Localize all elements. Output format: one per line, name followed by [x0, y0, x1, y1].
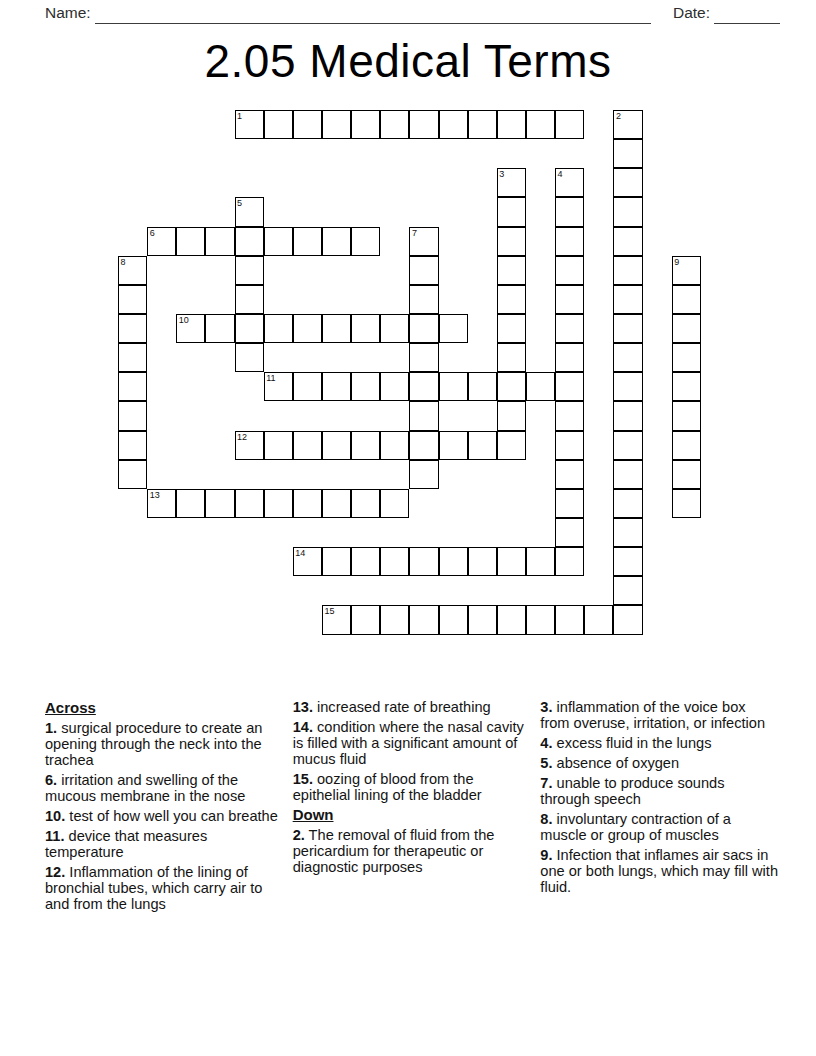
grid-cell[interactable]: 3 [497, 168, 526, 197]
grid-cell[interactable] [439, 110, 468, 139]
grid-cell[interactable] [409, 401, 438, 430]
grid-cell[interactable] [205, 227, 234, 256]
cell-clue-number: 6 [150, 228, 155, 238]
clue-item: 5. absence of oxygen [540, 755, 778, 771]
grid-cell[interactable] [409, 547, 438, 576]
clue-item: 8. involuntary contraction of a muscle o… [540, 811, 778, 843]
crossword-grid: 123456789101112131415 [118, 110, 701, 635]
grid-cell[interactable]: 8 [118, 256, 147, 285]
grid-cell[interactable]: 9 [672, 256, 701, 285]
grid-cell[interactable] [468, 372, 497, 401]
grid-cell[interactable] [118, 285, 147, 314]
grid-cell[interactable] [235, 343, 264, 372]
clue-item-number: 7. [540, 775, 552, 791]
grid-cell[interactable] [439, 314, 468, 343]
grid-cell[interactable] [380, 605, 409, 634]
grid-cell[interactable] [613, 431, 642, 460]
grid-cell[interactable] [118, 314, 147, 343]
clue-item: 15. oozing of blood from the epithelial … [293, 771, 531, 803]
grid-cell[interactable] [205, 314, 234, 343]
cell-clue-number: 1 [237, 111, 242, 121]
grid-cell[interactable] [264, 227, 293, 256]
grid-cell[interactable]: 12 [235, 431, 264, 460]
grid-cell[interactable]: 7 [409, 227, 438, 256]
grid-cell[interactable] [176, 227, 205, 256]
cell-clue-number: 2 [616, 111, 621, 121]
clue-item-number: 4. [540, 735, 552, 751]
grid-cell[interactable] [235, 489, 264, 518]
grid-cell[interactable] [497, 314, 526, 343]
down-heading: Down [293, 807, 531, 823]
grid-cell[interactable] [468, 547, 497, 576]
clue-item: 3. inflammation of the voice box from ov… [540, 699, 778, 731]
grid-cell[interactable] [351, 227, 380, 256]
clue-item-number: 1. [45, 720, 57, 736]
grid-cell[interactable] [555, 227, 584, 256]
name-blank-line[interactable] [95, 6, 651, 24]
grid-cell[interactable] [497, 256, 526, 285]
grid-cell[interactable] [497, 110, 526, 139]
grid-cell[interactable] [497, 343, 526, 372]
grid-cell[interactable] [672, 431, 701, 460]
clue-item: 12. Inflammation of the lining of bronch… [45, 864, 283, 912]
clue-item: 6. irritation and swelling of the mucous… [45, 772, 283, 804]
clue-item-number: 5. [540, 755, 552, 771]
clue-item-number: 11. [45, 828, 64, 844]
grid-cell[interactable] [293, 314, 322, 343]
cell-clue-number: 3 [499, 169, 504, 179]
grid-cell[interactable] [235, 314, 264, 343]
grid-cell[interactable] [555, 547, 584, 576]
grid-cell[interactable] [351, 431, 380, 460]
grid-cell[interactable]: 2 [613, 110, 642, 139]
grid-cell[interactable] [672, 343, 701, 372]
grid-cell[interactable] [409, 314, 438, 343]
grid-cell[interactable] [322, 110, 351, 139]
clue-item: 1. surgical procedure to create an openi… [45, 720, 283, 768]
grid-cell[interactable] [118, 431, 147, 460]
grid-cell[interactable] [322, 314, 351, 343]
grid-cell[interactable] [409, 285, 438, 314]
grid-cell[interactable] [613, 197, 642, 226]
cell-clue-number: 10 [179, 315, 189, 325]
grid-cell[interactable] [322, 547, 351, 576]
grid-cell[interactable] [526, 372, 555, 401]
cell-clue-number: 14 [295, 548, 305, 558]
grid-cell[interactable] [264, 314, 293, 343]
grid-cell[interactable] [205, 489, 234, 518]
clue-item-number: 14. [293, 719, 313, 735]
worksheet-page: { "game": "crossword", "header": { "name… [0, 0, 816, 1056]
grid-cell[interactable] [293, 489, 322, 518]
clues-section: Across1. surgical procedure to create an… [45, 699, 778, 916]
grid-cell[interactable] [380, 314, 409, 343]
grid-cell[interactable] [293, 372, 322, 401]
puzzle-title: 2.05 Medical Terms [0, 34, 816, 88]
grid-cell[interactable] [439, 431, 468, 460]
grid-cell[interactable] [672, 285, 701, 314]
grid-cell[interactable]: 5 [235, 197, 264, 226]
grid-cell[interactable] [293, 110, 322, 139]
grid-cell[interactable] [613, 518, 642, 547]
clue-item-number: 15. [293, 771, 313, 787]
grid-cell[interactable] [613, 576, 642, 605]
grid-cell[interactable] [672, 314, 701, 343]
grid-cell[interactable] [380, 431, 409, 460]
grid-cell[interactable] [497, 227, 526, 256]
grid-cell[interactable]: 15 [322, 605, 351, 634]
grid-cell[interactable] [118, 460, 147, 489]
grid-cell[interactable] [613, 227, 642, 256]
grid-cell[interactable] [555, 431, 584, 460]
grid-cell[interactable] [555, 460, 584, 489]
grid-cell[interactable]: 4 [555, 168, 584, 197]
grid-cell[interactable] [322, 431, 351, 460]
grid-cell[interactable] [613, 314, 642, 343]
clue-item: 2. The removal of fluid from the pericar… [293, 827, 531, 875]
clue-item-number: 9. [540, 847, 552, 863]
clue-item: 9. Infection that inflames air sacs in o… [540, 847, 778, 895]
grid-cell[interactable] [613, 605, 642, 634]
cell-clue-number: 5 [237, 198, 242, 208]
clue-item-number: 8. [540, 811, 552, 827]
clue-item: 4. excess fluid in the lungs [540, 735, 778, 751]
grid-cell[interactable] [118, 343, 147, 372]
grid-cell[interactable]: 6 [147, 227, 176, 256]
grid-cell[interactable] [555, 197, 584, 226]
grid-cell[interactable] [555, 285, 584, 314]
grid-cell[interactable] [439, 547, 468, 576]
grid-cell[interactable] [322, 489, 351, 518]
grid-cell[interactable] [322, 227, 351, 256]
clues-column: 3. inflammation of the voice box from ov… [540, 699, 778, 916]
worksheet-header: Name: Date: [45, 4, 780, 24]
grid-cell[interactable] [409, 605, 438, 634]
grid-cell[interactable] [497, 372, 526, 401]
grid-cell[interactable] [264, 489, 293, 518]
grid-cell[interactable] [409, 343, 438, 372]
grid-cell[interactable]: 1 [235, 110, 264, 139]
grid-cell[interactable] [555, 489, 584, 518]
grid-cell[interactable] [380, 547, 409, 576]
date-label: Date: [673, 4, 710, 24]
grid-cell[interactable] [497, 431, 526, 460]
clue-item-number: 6. [45, 772, 57, 788]
grid-cell[interactable] [264, 110, 293, 139]
grid-cell[interactable]: 11 [264, 372, 293, 401]
grid-cell[interactable] [409, 431, 438, 460]
grid-cell[interactable] [409, 372, 438, 401]
grid-cell[interactable] [351, 110, 380, 139]
grid-cell[interactable] [497, 197, 526, 226]
grid-cell[interactable] [497, 605, 526, 634]
grid-cell[interactable] [613, 168, 642, 197]
grid-cell[interactable] [409, 256, 438, 285]
grid-cell[interactable] [672, 401, 701, 430]
grid-cell[interactable] [439, 605, 468, 634]
cell-clue-number: 9 [674, 257, 679, 267]
grid-cell[interactable] [613, 547, 642, 576]
clue-item-number: 13. [293, 699, 313, 715]
grid-cell[interactable] [118, 401, 147, 430]
clues-column: Across1. surgical procedure to create an… [45, 699, 283, 916]
grid-cell[interactable] [497, 547, 526, 576]
cell-clue-number: 15 [324, 606, 334, 616]
clue-item-number: 12. [45, 864, 65, 880]
grid-cell[interactable] [380, 489, 409, 518]
grid-cell[interactable] [672, 460, 701, 489]
grid-cell[interactable] [118, 372, 147, 401]
clues-column: 13. increased rate of breathing14. condi… [293, 699, 531, 916]
cell-clue-number: 11 [266, 373, 275, 383]
grid-cell[interactable]: 14 [293, 547, 322, 576]
grid-cell[interactable] [555, 343, 584, 372]
date-blank-line[interactable] [714, 6, 780, 24]
name-label: Name: [45, 4, 91, 24]
grid-cell[interactable] [613, 139, 642, 168]
across-heading: Across [45, 700, 283, 716]
grid-cell[interactable] [555, 401, 584, 430]
grid-cell[interactable] [613, 256, 642, 285]
cell-clue-number: 7 [412, 228, 417, 238]
grid-cell[interactable] [380, 372, 409, 401]
grid-cell[interactable] [555, 256, 584, 285]
grid-cell[interactable] [526, 110, 555, 139]
grid-cell[interactable] [555, 110, 584, 139]
grid-cell[interactable] [351, 547, 380, 576]
cell-clue-number: 12 [237, 432, 247, 442]
grid-cell[interactable] [584, 605, 613, 634]
grid-cell[interactable] [176, 489, 205, 518]
cell-clue-number: 13 [150, 490, 160, 500]
grid-cell[interactable] [613, 401, 642, 430]
grid-cell[interactable] [439, 372, 468, 401]
clue-item-number: 3. [540, 699, 552, 715]
grid-cell[interactable] [672, 372, 701, 401]
grid-cell[interactable] [409, 460, 438, 489]
clue-item-number: 2. [293, 827, 305, 843]
grid-cell[interactable]: 10 [176, 314, 205, 343]
grid-cell[interactable] [293, 431, 322, 460]
grid-cell[interactable] [555, 372, 584, 401]
grid-cell[interactable] [555, 518, 584, 547]
clue-item: 7. unable to produce sounds through spee… [540, 775, 778, 807]
grid-cell[interactable] [351, 489, 380, 518]
clue-item-number: 10. [45, 808, 65, 824]
grid-cell[interactable] [497, 401, 526, 430]
grid-cell[interactable] [613, 489, 642, 518]
grid-cell[interactable]: 13 [147, 489, 176, 518]
clue-item: 13. increased rate of breathing [293, 699, 531, 715]
cell-clue-number: 8 [121, 257, 126, 267]
grid-cell[interactable] [293, 227, 322, 256]
grid-cell[interactable] [468, 110, 497, 139]
clue-item: 14. condition where the nasal cavity is … [293, 719, 531, 767]
grid-cell[interactable] [264, 431, 293, 460]
grid-cell[interactable] [322, 372, 351, 401]
grid-cell[interactable] [468, 431, 497, 460]
grid-cell[interactable] [613, 460, 642, 489]
grid-cell[interactable] [672, 489, 701, 518]
clue-item: 11. device that measures temperature [45, 828, 283, 860]
grid-cell[interactable] [526, 547, 555, 576]
grid-cell[interactable] [613, 285, 642, 314]
grid-cell[interactable] [613, 372, 642, 401]
grid-cell[interactable] [468, 605, 497, 634]
grid-cell[interactable] [351, 605, 380, 634]
grid-cell[interactable] [613, 343, 642, 372]
grid-cell[interactable] [351, 372, 380, 401]
grid-cell[interactable] [235, 227, 264, 256]
grid-cell[interactable] [497, 285, 526, 314]
grid-cell[interactable] [526, 605, 555, 634]
grid-cell[interactable] [555, 605, 584, 634]
clue-item: 10. test of how well you can breathe [45, 808, 283, 824]
grid-cell[interactable] [409, 110, 438, 139]
grid-cell[interactable] [555, 314, 584, 343]
grid-cell[interactable] [235, 256, 264, 285]
cell-clue-number: 4 [558, 169, 563, 179]
grid-cell[interactable] [351, 314, 380, 343]
grid-cell[interactable] [235, 285, 264, 314]
grid-cell[interactable] [380, 110, 409, 139]
